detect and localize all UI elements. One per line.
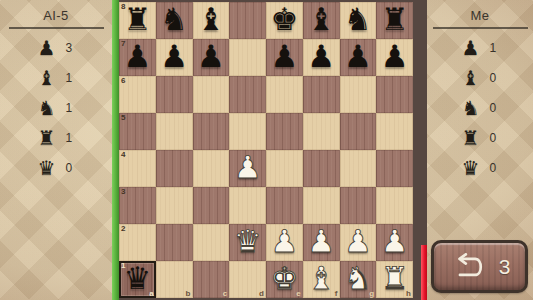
rank-label: 2 [121,224,125,233]
square-f7[interactable]: ♟ [303,39,340,76]
knight-icon: ♞ [459,98,483,118]
white-pawn: ♟ [270,226,298,257]
rank-label: 7 [121,39,125,48]
square-a2[interactable]: 2 [119,224,156,261]
captured-queen-count: 0 [490,161,502,175]
square-a8[interactable]: 8♜ [119,2,156,39]
square-f3[interactable] [303,187,340,224]
square-h6[interactable] [376,76,413,113]
captured-bishop-row: ♝0 [427,63,533,93]
white-queen: ♛ [234,226,262,257]
black-pawn: ♟ [197,41,225,72]
square-b3[interactable] [156,187,193,224]
square-g7[interactable]: ♟ [340,39,377,76]
opponent-captures: ♟3♝1♞1♜1♛0 [0,33,112,183]
captured-pawn-count: 1 [490,41,502,55]
square-c2[interactable] [193,224,230,261]
square-d7[interactable] [229,39,266,76]
square-b5[interactable] [156,113,193,150]
square-c1[interactable]: c [193,261,230,298]
square-b2[interactable] [156,224,193,261]
captured-rook-row: ♜1 [0,123,112,153]
bishop-icon: ♝ [459,68,483,88]
square-b8[interactable]: ♞ [156,2,193,39]
square-h7[interactable]: ♟ [376,39,413,76]
white-pawn: ♟ [307,226,335,257]
square-c6[interactable] [193,76,230,113]
captured-bishop-count: 1 [66,71,78,85]
square-d8[interactable] [229,2,266,39]
black-pawn: ♟ [270,41,298,72]
square-d5[interactable] [229,113,266,150]
black-pawn: ♟ [160,41,188,72]
rank-label: 5 [121,113,125,122]
captured-knight-count: 0 [490,101,502,115]
captured-queen-count: 0 [66,161,78,175]
black-pawn: ♟ [123,41,151,72]
white-rook: ♜ [381,263,409,294]
square-h5[interactable] [376,113,413,150]
rook-icon: ♜ [459,128,483,148]
captured-knight-row: ♞1 [0,93,112,123]
black-pawn: ♟ [307,41,335,72]
captured-knight-row: ♞0 [427,93,533,123]
square-d2[interactable]: ♛ [229,224,266,261]
left-turn-indicator-bar [112,0,119,300]
file-label: b [186,289,191,298]
file-label: h [406,289,411,298]
pawn-icon: ♟ [459,38,483,58]
black-rook: ♜ [123,4,151,35]
chess-app: AI-5 ♟3♝1♞1♜1♛0 8♜♞♝♚♝♞♜7♟♟♟♟♟♟♟654♟32♛♟… [0,0,533,300]
queen-icon: ♛ [459,158,483,178]
square-e6[interactable] [266,76,303,113]
square-a3[interactable]: 3 [119,187,156,224]
rank-label: 6 [121,76,125,85]
square-e2[interactable]: ♟ [266,224,303,261]
captured-queen-row: ♛0 [0,153,112,183]
queen-icon: ♛ [35,158,59,178]
square-f1[interactable]: f♝ [303,261,340,298]
black-queen: ♛ [123,263,151,294]
chess-board: 8♜♞♝♚♝♞♜7♟♟♟♟♟♟♟654♟32♛♟♟♟♟1a♛bcde♚f♝g♞h… [119,2,413,298]
square-b1[interactable]: b [156,261,193,298]
player-name: Me [427,0,533,23]
undo-button[interactable]: 3 [431,240,528,293]
captured-queen-row: ♛0 [427,153,533,183]
square-h4[interactable] [376,150,413,187]
square-e8[interactable]: ♚ [266,2,303,39]
rank-label: 1 [121,261,125,270]
captured-bishop-row: ♝1 [0,63,112,93]
square-h3[interactable] [376,187,413,224]
captured-bishop-count: 0 [490,71,502,85]
black-rook: ♜ [381,4,409,35]
captured-pawn-count: 3 [66,41,78,55]
square-h2[interactable]: ♟ [376,224,413,261]
white-pawn: ♟ [234,152,262,183]
square-a7[interactable]: 7♟ [119,39,156,76]
square-c8[interactable]: ♝ [193,2,230,39]
black-pawn: ♟ [381,41,409,72]
black-bishop: ♝ [307,4,335,35]
square-b4[interactable] [156,150,193,187]
knight-icon: ♞ [35,98,59,118]
square-d6[interactable] [229,76,266,113]
rook-icon: ♜ [35,128,59,148]
square-c4[interactable] [193,150,230,187]
square-h1[interactable]: h♜ [376,261,413,298]
player-divider [433,27,528,29]
opponent-panel: AI-5 ♟3♝1♞1♜1♛0 [0,0,112,300]
square-g1[interactable]: g♞ [340,261,377,298]
bishop-icon: ♝ [35,68,59,88]
square-g8[interactable]: ♞ [340,2,377,39]
square-f8[interactable]: ♝ [303,2,340,39]
square-d1[interactable]: d [229,261,266,298]
opponent-name: AI-5 [0,0,112,23]
square-b7[interactable]: ♟ [156,39,193,76]
file-label: d [259,289,264,298]
captured-pawn-row: ♟3 [0,33,112,63]
square-f2[interactable]: ♟ [303,224,340,261]
square-f6[interactable] [303,76,340,113]
square-a5[interactable]: 5 [119,113,156,150]
square-e1[interactable]: e♚ [266,261,303,298]
rank-label: 8 [121,2,125,11]
rank-label: 4 [121,150,125,159]
square-a6[interactable]: 6 [119,76,156,113]
square-c5[interactable] [193,113,230,150]
white-pawn: ♟ [344,226,372,257]
square-a4[interactable]: 4 [119,150,156,187]
square-h8[interactable]: ♜ [376,2,413,39]
pawn-icon: ♟ [35,38,59,58]
square-e3[interactable] [266,187,303,224]
captured-rook-count: 0 [490,131,502,145]
black-knight: ♞ [160,4,188,35]
square-f5[interactable] [303,113,340,150]
square-d4[interactable]: ♟ [229,150,266,187]
square-e4[interactable] [266,150,303,187]
black-knight: ♞ [344,4,372,35]
white-knight: ♞ [344,263,372,294]
undo-count: 3 [499,255,511,279]
player-panel: Me ♟1♝0♞0♜0♛0 3 [427,0,533,300]
player-captures: ♟1♝0♞0♜0♛0 [427,33,533,183]
captured-pawn-row: ♟1 [427,33,533,63]
opponent-divider [9,27,104,29]
square-e5[interactable] [266,113,303,150]
file-label: a [149,289,153,298]
square-b6[interactable] [156,76,193,113]
captured-rook-row: ♜0 [427,123,533,153]
undo-icon [449,253,486,280]
square-g2[interactable]: ♟ [340,224,377,261]
file-label: e [296,289,300,298]
captured-knight-count: 1 [66,101,78,115]
board-frame: 8♜♞♝♚♝♞♜7♟♟♟♟♟♟♟654♟32♛♟♟♟♟1a♛bcde♚f♝g♞h… [112,0,427,300]
black-pawn: ♟ [344,41,372,72]
square-c7[interactable]: ♟ [193,39,230,76]
square-e7[interactable]: ♟ [266,39,303,76]
white-pawn: ♟ [381,226,409,257]
square-g6[interactable] [340,76,377,113]
rank-label: 3 [121,187,125,196]
square-d3[interactable] [229,187,266,224]
square-g4[interactable] [340,150,377,187]
file-label: f [335,289,338,298]
square-g3[interactable] [340,187,377,224]
file-label: c [223,289,227,298]
captured-rook-count: 1 [66,131,78,145]
square-c3[interactable] [193,187,230,224]
file-label: g [369,289,374,298]
square-a1[interactable]: 1a♛ [119,261,156,298]
square-g5[interactable] [340,113,377,150]
white-bishop: ♝ [307,263,335,294]
black-bishop: ♝ [197,4,225,35]
square-f4[interactable] [303,150,340,187]
white-king: ♚ [270,263,298,294]
black-king: ♚ [270,4,298,35]
